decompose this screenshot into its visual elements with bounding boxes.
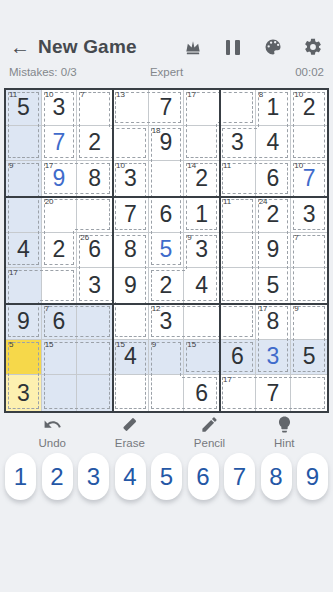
cage-border <box>218 306 253 337</box>
cell-r8c6[interactable]: 15 <box>184 340 220 376</box>
cage-sum: 14 <box>187 162 196 170</box>
cage-border <box>75 373 110 409</box>
app-screen: ← New Game Mistakes: 0/3 Expert 00:02 11… <box>0 0 333 592</box>
given-number: 8 <box>124 238 137 261</box>
cage-border <box>115 302 146 337</box>
cell-r9c3[interactable] <box>77 375 113 411</box>
cell-r2c5[interactable]: 189 <box>149 126 185 162</box>
cage-sum: 20 <box>45 198 54 206</box>
cell-r2c8[interactable]: 4 <box>256 126 292 162</box>
cell-r5c7[interactable] <box>220 233 256 269</box>
cell-r1c7[interactable] <box>220 90 256 126</box>
cage-border <box>75 199 110 230</box>
given-number: 3 <box>17 382 30 405</box>
header: ← New Game <box>0 30 333 64</box>
cage-border <box>75 342 110 377</box>
cell-r6c2[interactable] <box>42 268 78 304</box>
cell-r7c1[interactable]: 9 <box>6 304 42 340</box>
cage-sum: 17 <box>9 269 18 277</box>
cage-border <box>8 195 39 234</box>
given-number: 6 <box>53 310 66 333</box>
cage-sum: 10 <box>45 91 54 99</box>
cell-r1c6[interactable]: 17 <box>184 90 220 126</box>
given-number: 3 <box>303 203 316 226</box>
cage-border <box>222 266 253 301</box>
given-number: 4 <box>195 274 208 297</box>
cell-r5c3[interactable]: 266 <box>77 233 113 269</box>
lightbulb-icon <box>275 415 294 434</box>
hint-button[interactable]: Hint <box>274 415 294 449</box>
numpad-key-3[interactable]: 3 <box>78 453 109 500</box>
cell-r3c2[interactable]: 179 <box>42 161 78 197</box>
given-number: 3 <box>88 274 101 297</box>
numpad-key-8[interactable]: 8 <box>261 453 292 500</box>
cell-r6c4[interactable]: 9 <box>113 268 149 304</box>
cage-sum: 9 <box>152 341 156 349</box>
cell-r6c7[interactable] <box>220 268 256 304</box>
cell-r4c9[interactable]: 3 <box>291 197 327 233</box>
cage-sum: 26 <box>80 234 89 242</box>
cage-sum: 7 <box>45 305 49 313</box>
cell-r7c6[interactable] <box>184 304 220 340</box>
given-number: 6 <box>267 167 280 190</box>
given-number: 3 <box>195 238 208 261</box>
cell-r9c4[interactable] <box>113 375 149 411</box>
cage-sum: 7 <box>294 234 298 242</box>
box-divider <box>6 196 327 198</box>
given-number: 2 <box>53 238 66 261</box>
cell-r9c7[interactable]: 17 <box>220 375 256 411</box>
cell-r4c2[interactable]: 20 <box>42 197 78 233</box>
cell-r8c1[interactable]: 5 <box>6 340 42 376</box>
cage-sum: 10 <box>294 162 303 170</box>
given-number: 3 <box>160 310 173 333</box>
cage-border <box>293 124 325 159</box>
status-bar: Mistakes: 0/3 Expert 00:02 <box>0 66 333 78</box>
cage-sum: 17 <box>259 305 268 313</box>
cage-sum: 12 <box>152 305 161 313</box>
cell-r2c9[interactable] <box>291 126 327 162</box>
cell-r1c1[interactable]: 115 <box>6 90 42 126</box>
tool-label: Undo <box>38 437 66 449</box>
cell-r2c3[interactable]: 2 <box>77 126 113 162</box>
cell-r9c1[interactable]: 3 <box>6 375 42 411</box>
cell-r9c6[interactable]: 6 <box>184 375 220 411</box>
cell-r2c7[interactable]: 3 <box>220 126 256 162</box>
palette-icon[interactable] <box>262 37 283 58</box>
box-divider <box>219 90 221 411</box>
cage-border <box>75 306 110 337</box>
numpad-key-9[interactable]: 9 <box>297 453 328 500</box>
cell-r8c2[interactable]: 15 <box>42 340 78 376</box>
number-pad: 123456789 <box>0 453 333 500</box>
cell-r4c5[interactable]: 6 <box>149 197 185 233</box>
cell-r3c7[interactable]: 11 <box>220 161 256 197</box>
given-number: 5 <box>17 96 30 119</box>
cage-sum: 15 <box>45 341 54 349</box>
settings-icon[interactable] <box>302 37 323 58</box>
given-number: 3 <box>231 131 244 154</box>
pencil-button[interactable]: Pencil <box>194 415 225 449</box>
given-number: 4 <box>17 238 30 261</box>
cage-border <box>40 270 75 301</box>
cell-r7c4[interactable] <box>113 304 149 340</box>
cell-r3c8[interactable]: 6 <box>256 161 292 197</box>
cell-r8c8[interactable]: 3 <box>256 340 292 376</box>
cell-r8c7[interactable]: 6 <box>220 340 256 376</box>
cell-r7c9[interactable]: 9 <box>291 304 327 340</box>
given-number: 2 <box>88 131 101 154</box>
given-number: 4 <box>267 131 280 154</box>
given-number: 7 <box>124 203 137 226</box>
undo-icon <box>43 415 62 434</box>
tool-label: Erase <box>115 437 145 449</box>
cell-r3c5[interactable] <box>149 161 185 197</box>
given-number: 5 <box>267 274 280 297</box>
cell-r4c3[interactable] <box>77 197 113 233</box>
cage-border <box>182 306 221 337</box>
given-number: 6 <box>160 203 173 226</box>
cell-r8c5[interactable]: 9 <box>149 340 185 376</box>
cage-border <box>115 373 146 409</box>
numpad-key-4[interactable]: 4 <box>115 453 146 500</box>
given-number: 9 <box>267 238 280 261</box>
tool-label: Hint <box>274 437 294 449</box>
back-button[interactable]: ← <box>10 36 38 59</box>
cage-border <box>44 373 79 409</box>
cage-border <box>222 231 253 270</box>
erase-button[interactable]: Erase <box>115 415 145 449</box>
given-number: 2 <box>267 203 280 226</box>
cage-sum: 9 <box>294 305 298 313</box>
cage-sum: 17 <box>187 91 196 99</box>
numpad-key-5[interactable]: 5 <box>151 453 182 500</box>
cage-sum: 17 <box>45 162 54 170</box>
cell-r4c6[interactable]: 1 <box>184 197 220 233</box>
cell-r5c8[interactable]: 9 <box>256 233 292 269</box>
cell-r4c1[interactable] <box>6 197 42 233</box>
numpad-key-7[interactable]: 7 <box>224 453 255 500</box>
pencil-icon <box>200 415 219 434</box>
cell-r6c5[interactable]: 2 <box>149 268 185 304</box>
cell-r7c3[interactable] <box>77 304 113 340</box>
cell-r9c5[interactable] <box>149 375 185 411</box>
box-divider <box>6 303 327 305</box>
cage-border <box>151 159 182 198</box>
cage-sum: 18 <box>152 127 161 135</box>
cell-r7c5[interactable]: 123 <box>149 304 185 340</box>
given-number: 9 <box>124 274 137 297</box>
given-number: 8 <box>88 167 101 190</box>
cell-r2c1[interactable] <box>6 126 42 162</box>
cage-sum: 15 <box>187 341 196 349</box>
cage-sum: 8 <box>259 91 263 99</box>
cage-sum: 15 <box>116 341 125 349</box>
cage-border <box>111 128 146 159</box>
cell-r2c6[interactable] <box>184 126 220 162</box>
cell-r7c7[interactable] <box>220 304 256 340</box>
sudoku-board: 1151037137178110272189349179810314211610… <box>4 88 329 413</box>
given-number: 1 <box>267 96 280 119</box>
given-number: 8 <box>267 310 280 333</box>
cage-border <box>293 266 325 301</box>
cage-sum: 17 <box>223 376 232 384</box>
cell-r8c3[interactable] <box>77 340 113 376</box>
cell-r5c4[interactable]: 8 <box>113 233 149 269</box>
difficulty-label: Expert <box>0 66 333 78</box>
cell-r3c4[interactable]: 103 <box>113 161 149 197</box>
crown-icon[interactable] <box>182 37 203 58</box>
cell-r5c6[interactable]: 93 <box>184 233 220 269</box>
cell-r5c1[interactable]: 4 <box>6 233 42 269</box>
cage-sum: 9 <box>187 234 191 242</box>
cage-border <box>289 377 325 409</box>
cell-r3c9[interactable]: 107 <box>291 161 327 197</box>
cage-border <box>8 124 39 159</box>
cage-sum: 10 <box>294 91 303 99</box>
numpad-key-1[interactable]: 1 <box>5 453 36 500</box>
cage-sum: 11 <box>223 198 231 206</box>
given-number: 2 <box>303 96 316 119</box>
toolbar: Undo Erase Pencil Hint <box>0 415 333 449</box>
cell-r1c9[interactable]: 102 <box>291 90 327 126</box>
cage-sum: 9 <box>9 162 13 170</box>
numpad-key-6[interactable]: 6 <box>188 453 219 500</box>
cell-r4c8[interactable]: 242 <box>256 197 292 233</box>
given-number: 6 <box>88 238 101 261</box>
cell-r6c9[interactable] <box>291 268 327 304</box>
cell-r7c2[interactable]: 76 <box>42 304 78 340</box>
cell-r8c9[interactable]: 5 <box>291 340 327 376</box>
cell-r1c5[interactable]: 7 <box>149 90 185 126</box>
tool-label: Pencil <box>194 437 225 449</box>
cell-r6c8[interactable]: 5 <box>256 268 292 304</box>
box-divider <box>112 90 114 411</box>
given-number: 7 <box>267 382 280 405</box>
cell-r6c6[interactable]: 4 <box>184 268 220 304</box>
cell-r6c3[interactable]: 3 <box>77 268 113 304</box>
cage-border <box>218 92 253 123</box>
cell-r3c6[interactable]: 142 <box>184 161 220 197</box>
undo-button[interactable]: Undo <box>38 415 66 449</box>
cell-r1c3[interactable]: 7 <box>77 90 113 126</box>
given-number: 7 <box>160 96 173 119</box>
cell-r2c4[interactable] <box>113 126 149 162</box>
cell-r7c8[interactable]: 178 <box>256 304 292 340</box>
cage-sum: 5 <box>9 341 13 349</box>
cell-r4c4[interactable]: 7 <box>113 197 149 233</box>
user-number: 7 <box>53 131 66 154</box>
cell-r1c4[interactable]: 13 <box>113 90 149 126</box>
cell-r9c2[interactable] <box>42 375 78 411</box>
page-title: New Game <box>38 36 137 58</box>
cage-sum: 11 <box>223 162 231 170</box>
user-number: 3 <box>267 345 280 368</box>
user-number: 9 <box>53 167 66 190</box>
given-number: 6 <box>195 382 208 405</box>
cell-r2c2[interactable]: 7 <box>42 126 78 162</box>
pause-button[interactable] <box>222 37 243 58</box>
cell-r4c7[interactable]: 11 <box>220 197 256 233</box>
given-number: 2 <box>160 274 173 297</box>
cage-sum: 13 <box>116 91 125 99</box>
given-number: 3 <box>53 96 66 119</box>
given-number: 3 <box>124 167 137 190</box>
cell-r5c9[interactable]: 7 <box>291 233 327 269</box>
cell-r3c1[interactable]: 9 <box>6 161 42 197</box>
given-number: 6 <box>231 345 244 368</box>
header-icons <box>182 37 323 58</box>
given-number: 4 <box>124 345 137 368</box>
cell-r6c1[interactable]: 17 <box>6 268 42 304</box>
cell-r1c2[interactable]: 103 <box>42 90 78 126</box>
cell-grid: 1151037137178110272189349179810314211610… <box>6 90 327 411</box>
given-number: 9 <box>160 131 173 154</box>
cage-border <box>151 373 186 409</box>
cage-sum: 11 <box>9 91 17 99</box>
cage-sum: 10 <box>116 162 125 170</box>
numpad-key-2[interactable]: 2 <box>42 453 73 500</box>
cell-r8c4[interactable]: 154 <box>113 340 149 376</box>
user-number: 5 <box>160 238 173 261</box>
cell-r9c9[interactable] <box>291 375 327 411</box>
given-number: 1 <box>195 203 208 226</box>
cage-border <box>186 124 217 159</box>
cell-r1c8[interactable]: 81 <box>256 90 292 126</box>
cage-sum: 24 <box>259 198 268 206</box>
cage-sum: 7 <box>80 91 84 99</box>
given-number: 5 <box>303 345 316 368</box>
given-number: 2 <box>195 167 208 190</box>
user-number: 7 <box>303 167 316 190</box>
cell-r9c8[interactable]: 7 <box>256 375 292 411</box>
eraser-icon <box>120 415 139 434</box>
cell-r3c3[interactable]: 8 <box>77 161 113 197</box>
given-number: 9 <box>17 310 30 333</box>
cell-r5c5[interactable]: 5 <box>149 233 185 269</box>
cell-r5c2[interactable]: 2 <box>42 233 78 269</box>
